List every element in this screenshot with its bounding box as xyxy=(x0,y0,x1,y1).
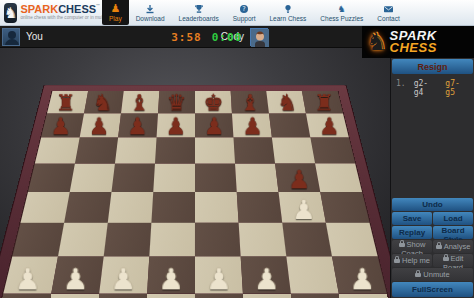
nav-items: ♟ Play Download Leaderboards ? Support xyxy=(102,0,407,25)
square-c7[interactable]: ♟ xyxy=(118,113,158,137)
square-c3[interactable] xyxy=(104,223,152,257)
square-d5[interactable] xyxy=(153,164,195,192)
square-e8[interactable]: ♚ xyxy=(195,91,232,113)
pawn-icon: ♟ xyxy=(110,3,120,14)
square-a6[interactable] xyxy=(35,137,80,163)
square-e3[interactable] xyxy=(195,223,241,257)
square-f4[interactable] xyxy=(237,192,282,223)
replay-button[interactable]: Replay xyxy=(392,226,432,239)
main-area: You 3:58 0:00 Cody ♜♞♝♛♚♝♞♜♟♟♟♟♟♟♟♟♟♟♟♟♟… xyxy=(0,26,474,298)
piece-black-bishop[interactable]: ♝ xyxy=(232,92,269,115)
lock-icon xyxy=(394,259,400,263)
move-list[interactable]: 1. g2-g4 g7-g5 xyxy=(391,74,474,197)
nav-leaderboards[interactable]: Leaderboards xyxy=(172,0,226,25)
square-b7[interactable]: ♟ xyxy=(80,113,121,137)
square-h5[interactable] xyxy=(315,164,362,192)
square-a8[interactable]: ♜ xyxy=(47,91,88,113)
nav-chess-puzzles[interactable]: ♞ Chess Puzzles xyxy=(313,0,370,25)
square-e2[interactable]: ♟ xyxy=(195,256,243,293)
fullscreen-button[interactable]: FullScreen xyxy=(392,282,473,297)
piece-black-pawn[interactable]: ♟ xyxy=(233,115,271,138)
chess-board: ♜♞♝♛♚♝♞♜♟♟♟♟♟♟♟♟♟♟♟♟♟♟♟♟♜♞♝♛♚♝♞♜ xyxy=(0,85,390,298)
black-clock: 0:00 xyxy=(212,31,243,44)
piece-black-pawn[interactable]: ♟ xyxy=(195,115,233,138)
flaming-knight-icon: ♞ xyxy=(366,30,388,54)
piece-black-knight[interactable]: ♞ xyxy=(84,92,121,115)
square-d8[interactable]: ♛ xyxy=(158,91,195,113)
square-b4[interactable] xyxy=(64,192,111,223)
square-g1[interactable]: ♞ xyxy=(291,294,346,298)
piece-white-pawn[interactable]: ♟ xyxy=(338,265,386,294)
download-icon xyxy=(145,3,155,14)
square-d1[interactable]: ♛ xyxy=(145,294,195,298)
board-pane: ♜♞♝♛♚♝♞♜♟♟♟♟♟♟♟♟♟♟♟♟♟♟♟♟♜♞♝♛♚♝♞♜ xyxy=(0,48,390,298)
undo-button[interactable]: Undo xyxy=(392,198,473,211)
lock-icon xyxy=(436,245,442,249)
square-b5[interactable] xyxy=(70,164,115,192)
square-f3[interactable] xyxy=(239,223,287,257)
square-e1[interactable]: ♚ xyxy=(195,294,245,298)
square-d7[interactable]: ♟ xyxy=(157,113,195,137)
lightbulb-icon xyxy=(283,3,293,14)
square-e6[interactable] xyxy=(195,137,235,163)
analyse-button[interactable]: Analyse xyxy=(433,240,473,253)
square-a2[interactable]: ♟ xyxy=(3,256,58,293)
sidebar: Resign 1. g2-g4 g7-g5 Undo Save Load Rep… xyxy=(390,26,474,298)
square-a3[interactable] xyxy=(12,223,64,257)
move-row: 1. g2-g4 g7-g5 xyxy=(396,79,469,97)
nav-contact[interactable]: Contact xyxy=(370,0,406,25)
nav-play[interactable]: ♟ Play xyxy=(102,0,129,25)
edit-board-button[interactable]: Edit Board xyxy=(433,254,473,267)
square-c1[interactable]: ♝ xyxy=(94,294,147,298)
black-move-highlighted[interactable]: g7-g5 xyxy=(445,79,469,97)
piece-white-pawn[interactable]: ♟ xyxy=(147,265,195,294)
player-bar: You 3:58 0:00 Cody xyxy=(0,26,390,48)
board-style-button[interactable]: Board Style xyxy=(433,226,473,239)
square-a1[interactable]: ♜ xyxy=(0,294,51,298)
lock-icon xyxy=(415,273,421,277)
square-g4[interactable]: ♟ xyxy=(279,192,326,223)
sidebar-sparkchess-logo: ♞ SPARK CHESS xyxy=(362,26,474,58)
square-f1[interactable]: ♝ xyxy=(243,294,296,298)
top-nav: ♞ SPARKCHESS™ online chess with the comp… xyxy=(0,0,474,26)
piece-white-pawn[interactable]: ♟ xyxy=(4,265,52,294)
nav-learn-chess[interactable]: Learn Chess xyxy=(262,0,313,25)
load-button[interactable]: Load xyxy=(433,212,473,225)
white-move[interactable]: g2-g4 xyxy=(414,79,438,97)
piece-white-pawn[interactable]: ♟ xyxy=(282,197,326,224)
square-h6[interactable] xyxy=(310,137,355,163)
question-icon: ? xyxy=(239,3,249,14)
square-h8[interactable]: ♜ xyxy=(302,91,343,113)
player-name-you: You xyxy=(26,31,43,42)
knight-logo-icon: ♞ xyxy=(4,3,17,23)
square-h7[interactable]: ♟ xyxy=(306,113,349,137)
square-e7[interactable]: ♟ xyxy=(195,113,233,137)
show-coach-button[interactable]: Show Coach xyxy=(392,240,432,253)
knight-icon: ♞ xyxy=(338,3,346,14)
trophy-icon xyxy=(194,3,204,14)
square-d4[interactable] xyxy=(151,192,195,223)
piece-white-pawn[interactable]: ♟ xyxy=(195,265,243,294)
piece-black-knight[interactable]: ♞ xyxy=(269,92,306,115)
square-b8[interactable]: ♞ xyxy=(84,91,124,113)
piece-black-pawn[interactable]: ♟ xyxy=(157,115,195,138)
piece-white-pawn[interactable]: ♟ xyxy=(243,265,291,294)
piece-black-pawn[interactable]: ♟ xyxy=(41,115,79,138)
square-h3[interactable] xyxy=(326,223,378,257)
save-button[interactable]: Save xyxy=(392,212,432,225)
piece-white-pawn[interactable]: ♟ xyxy=(99,265,147,294)
square-a5[interactable] xyxy=(28,164,75,192)
help-me-button[interactable]: Help me xyxy=(392,254,432,267)
piece-white-pawn[interactable]: ♟ xyxy=(52,265,100,294)
square-d2[interactable]: ♟ xyxy=(147,256,195,293)
square-g2[interactable] xyxy=(286,256,338,293)
sidebar-buttons: Undo Save Load Replay Board Style Show C… xyxy=(391,197,474,298)
square-a4[interactable] xyxy=(21,192,70,223)
resign-button[interactable]: Resign xyxy=(392,59,473,74)
square-d3[interactable] xyxy=(149,223,195,257)
square-c2[interactable]: ♟ xyxy=(99,256,149,293)
board-grid: ♜♞♝♛♚♝♞♜♟♟♟♟♟♟♟♟♟♟♟♟♟♟♟♟♜♞♝♛♚♝♞♜ xyxy=(0,91,390,298)
piece-black-bishop[interactable]: ♝ xyxy=(121,92,158,115)
square-c8[interactable]: ♝ xyxy=(121,91,159,113)
svg-text:?: ? xyxy=(242,5,245,13)
square-g7[interactable] xyxy=(269,113,310,137)
square-a7[interactable]: ♟ xyxy=(41,113,84,137)
nav-download[interactable]: Download xyxy=(129,0,172,25)
square-h4[interactable] xyxy=(320,192,369,223)
square-f6[interactable] xyxy=(233,137,275,163)
square-h2[interactable]: ♟ xyxy=(332,256,387,293)
lock-icon xyxy=(399,243,405,247)
piece-black-king[interactable]: ♚ xyxy=(195,92,232,115)
square-c5[interactable] xyxy=(111,164,154,192)
square-f8[interactable]: ♝ xyxy=(231,91,269,113)
piece-black-pawn[interactable]: ♟ xyxy=(310,115,348,138)
square-b3[interactable] xyxy=(58,223,108,257)
white-clock: 3:58 xyxy=(171,31,202,44)
avatar-cody[interactable] xyxy=(250,28,268,46)
move-number: 1. xyxy=(396,79,406,97)
square-c6[interactable] xyxy=(115,137,157,163)
square-d6[interactable] xyxy=(155,137,195,163)
square-b2[interactable]: ♟ xyxy=(51,256,103,293)
square-f5[interactable] xyxy=(235,164,278,192)
envelope-icon xyxy=(383,3,394,14)
piece-black-rook[interactable]: ♜ xyxy=(306,92,343,115)
square-g5[interactable]: ♟ xyxy=(275,164,320,192)
square-h1[interactable]: ♜ xyxy=(339,294,390,298)
piece-black-rook[interactable]: ♜ xyxy=(47,92,84,115)
square-f7[interactable]: ♟ xyxy=(232,113,272,137)
square-e5[interactable] xyxy=(195,164,237,192)
piece-black-pawn[interactable]: ♟ xyxy=(80,115,118,138)
piece-black-queen[interactable]: ♛ xyxy=(158,92,195,115)
nav-support[interactable]: ? Support xyxy=(226,0,263,25)
square-b1[interactable]: ♞ xyxy=(44,294,99,298)
piece-black-pawn[interactable]: ♟ xyxy=(118,115,156,138)
unmute-button[interactable]: Unmute xyxy=(392,268,473,281)
avatar-you[interactable] xyxy=(2,28,20,46)
square-c4[interactable] xyxy=(108,192,153,223)
square-g6[interactable] xyxy=(272,137,315,163)
piece-black-pawn[interactable]: ♟ xyxy=(278,167,320,192)
square-g3[interactable] xyxy=(282,223,332,257)
sparkchess-logo[interactable]: ♞ SPARKCHESS™ online chess with the comp… xyxy=(0,0,102,25)
square-e4[interactable] xyxy=(195,192,239,223)
game-clocks: 3:58 0:00 xyxy=(171,26,242,48)
square-b6[interactable] xyxy=(75,137,118,163)
square-g8[interactable]: ♞ xyxy=(266,91,306,113)
sparkchess-app: ♞ SPARKCHESS™ online chess with the comp… xyxy=(0,0,474,298)
lock-icon xyxy=(443,257,449,261)
square-f2[interactable]: ♟ xyxy=(241,256,291,293)
